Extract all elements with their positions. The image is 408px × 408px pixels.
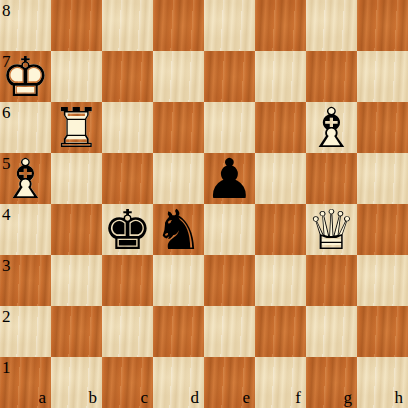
piece-outline-icon: ♕ [306, 204, 357, 255]
black-king-icon: ♚ [102, 204, 153, 255]
square-d2[interactable] [153, 306, 204, 357]
white-queen-icon: ♛ [306, 204, 357, 255]
black-pawn-icon: ♟ [204, 153, 255, 204]
square-f4[interactable] [255, 204, 306, 255]
square-g8[interactable] [306, 0, 357, 51]
square-h7[interactable] [357, 51, 408, 102]
square-d3[interactable] [153, 255, 204, 306]
square-e4[interactable] [204, 204, 255, 255]
rank-label-6: 6 [2, 104, 11, 121]
white-rook-icon: ♜ [51, 102, 102, 153]
file-label-a: a [38, 389, 46, 406]
square-c7[interactable] [102, 51, 153, 102]
black-king-c4[interactable]: ♚ [102, 204, 153, 255]
square-b5[interactable] [51, 153, 102, 204]
square-e2[interactable] [204, 306, 255, 357]
square-d4[interactable]: ♞ [153, 204, 204, 255]
square-a6[interactable]: 6 [0, 102, 51, 153]
square-c5[interactable] [102, 153, 153, 204]
square-c8[interactable] [102, 0, 153, 51]
piece-outline-icon: ♗ [0, 153, 51, 204]
square-a7[interactable]: 7♚♔ [0, 51, 51, 102]
file-label-h: h [395, 389, 404, 406]
square-e7[interactable] [204, 51, 255, 102]
square-d8[interactable] [153, 0, 204, 51]
square-e1[interactable]: e [204, 357, 255, 408]
square-g1[interactable]: g [306, 357, 357, 408]
rank-label-3: 3 [2, 257, 11, 274]
white-bishop-a5[interactable]: ♝♗ [0, 153, 51, 204]
square-h8[interactable] [357, 0, 408, 51]
white-bishop-icon: ♝ [306, 102, 357, 153]
piece-outline-icon: ♖ [51, 102, 102, 153]
square-e5[interactable]: ♟ [204, 153, 255, 204]
square-f3[interactable] [255, 255, 306, 306]
square-h3[interactable] [357, 255, 408, 306]
file-label-c: c [140, 389, 148, 406]
square-g7[interactable] [306, 51, 357, 102]
square-f8[interactable] [255, 0, 306, 51]
white-rook-b6[interactable]: ♜♖ [51, 102, 102, 153]
white-king-icon: ♚ [0, 51, 51, 102]
square-d6[interactable] [153, 102, 204, 153]
square-f5[interactable] [255, 153, 306, 204]
rank-label-8: 8 [2, 2, 11, 19]
piece-outline-icon: ♔ [0, 51, 51, 102]
white-queen-g4[interactable]: ♛♕ [306, 204, 357, 255]
square-g5[interactable] [306, 153, 357, 204]
square-c1[interactable]: c [102, 357, 153, 408]
square-c3[interactable] [102, 255, 153, 306]
square-h2[interactable] [357, 306, 408, 357]
square-b4[interactable] [51, 204, 102, 255]
square-b8[interactable] [51, 0, 102, 51]
square-e6[interactable] [204, 102, 255, 153]
square-g4[interactable]: ♛♕ [306, 204, 357, 255]
square-a4[interactable]: 4 [0, 204, 51, 255]
square-b2[interactable] [51, 306, 102, 357]
file-label-f: f [295, 389, 301, 406]
square-d5[interactable] [153, 153, 204, 204]
square-h1[interactable]: h [357, 357, 408, 408]
white-bishop-g6[interactable]: ♝♗ [306, 102, 357, 153]
square-f7[interactable] [255, 51, 306, 102]
piece-outline-icon: ♗ [306, 102, 357, 153]
chess-board: 87♚♔6♜♖♝♗5♝♗♟4♚♞♛♕321abcdefgh [0, 0, 408, 408]
white-king-a7[interactable]: ♚♔ [0, 51, 51, 102]
square-h6[interactable] [357, 102, 408, 153]
file-label-e: e [242, 389, 250, 406]
square-c4[interactable]: ♚ [102, 204, 153, 255]
rank-label-1: 1 [2, 359, 11, 376]
square-g6[interactable]: ♝♗ [306, 102, 357, 153]
square-a8[interactable]: 8 [0, 0, 51, 51]
black-knight-d4[interactable]: ♞ [153, 204, 204, 255]
rank-label-4: 4 [2, 206, 11, 223]
square-d1[interactable]: d [153, 357, 204, 408]
square-f6[interactable] [255, 102, 306, 153]
black-knight-icon: ♞ [153, 204, 204, 255]
square-f1[interactable]: f [255, 357, 306, 408]
square-a3[interactable]: 3 [0, 255, 51, 306]
white-bishop-icon: ♝ [0, 153, 51, 204]
black-pawn-e5[interactable]: ♟ [204, 153, 255, 204]
square-b3[interactable] [51, 255, 102, 306]
square-a2[interactable]: 2 [0, 306, 51, 357]
square-b6[interactable]: ♜♖ [51, 102, 102, 153]
square-g2[interactable] [306, 306, 357, 357]
square-b1[interactable]: b [51, 357, 102, 408]
square-e8[interactable] [204, 0, 255, 51]
square-f2[interactable] [255, 306, 306, 357]
square-h5[interactable] [357, 153, 408, 204]
file-label-g: g [344, 389, 353, 406]
square-a1[interactable]: 1a [0, 357, 51, 408]
rank-label-2: 2 [2, 308, 11, 325]
square-d7[interactable] [153, 51, 204, 102]
square-a5[interactable]: 5♝♗ [0, 153, 51, 204]
file-label-b: b [89, 389, 98, 406]
square-e3[interactable] [204, 255, 255, 306]
square-c2[interactable] [102, 306, 153, 357]
square-h4[interactable] [357, 204, 408, 255]
square-g3[interactable] [306, 255, 357, 306]
square-c6[interactable] [102, 102, 153, 153]
square-b7[interactable] [51, 51, 102, 102]
file-label-d: d [191, 389, 200, 406]
